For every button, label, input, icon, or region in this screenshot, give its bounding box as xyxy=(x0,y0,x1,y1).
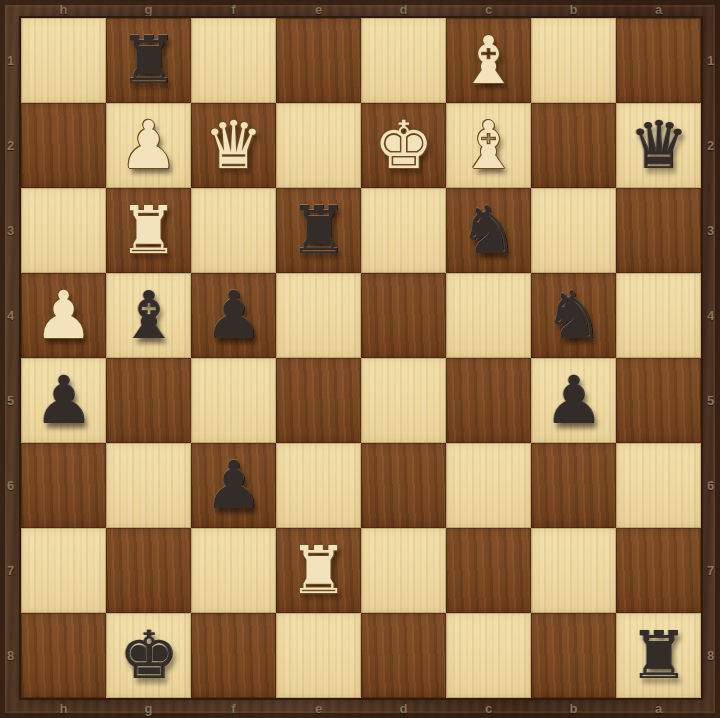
square-f3[interactable] xyxy=(191,188,276,273)
square-d4[interactable] xyxy=(361,273,446,358)
square-d1[interactable] xyxy=(361,18,446,103)
file-label: f xyxy=(191,698,276,718)
file-label: e xyxy=(276,0,361,18)
rank-label: 8 xyxy=(701,613,720,698)
black-rook[interactable]: ♜ xyxy=(106,18,191,103)
square-d5[interactable] xyxy=(361,358,446,443)
file-label: c xyxy=(446,698,531,718)
square-h6[interactable] xyxy=(21,443,106,528)
square-d8[interactable] xyxy=(361,613,446,698)
rank-label: 4 xyxy=(0,273,21,358)
rank-label: 2 xyxy=(0,103,21,188)
black-rook[interactable]: ♜ xyxy=(616,613,701,698)
file-label: a xyxy=(616,698,701,718)
square-b7[interactable] xyxy=(531,528,616,613)
square-a5[interactable] xyxy=(616,358,701,443)
square-c1[interactable]: ♝ xyxy=(446,18,531,103)
square-b3[interactable] xyxy=(531,188,616,273)
square-c8[interactable] xyxy=(446,613,531,698)
square-e6[interactable] xyxy=(276,443,361,528)
chess-board: ♜♝♟♛♚♝♛♜♜♞♟♝♟♞♟♟♟♜♚♜ xyxy=(21,18,701,698)
rank-label: 3 xyxy=(0,188,21,273)
black-knight[interactable]: ♞ xyxy=(531,273,616,358)
file-labels-bottom: hgfedcba xyxy=(21,698,701,718)
square-e7[interactable]: ♜ xyxy=(276,528,361,613)
black-king[interactable]: ♚ xyxy=(106,613,191,698)
rank-label: 6 xyxy=(0,443,21,528)
rank-label: 5 xyxy=(0,358,21,443)
white-pawn[interactable]: ♟ xyxy=(21,273,106,358)
square-e1[interactable] xyxy=(276,18,361,103)
square-c6[interactable] xyxy=(446,443,531,528)
square-d2[interactable]: ♚ xyxy=(361,103,446,188)
rank-label: 7 xyxy=(701,528,720,613)
square-f1[interactable] xyxy=(191,18,276,103)
square-e5[interactable] xyxy=(276,358,361,443)
rank-label: 7 xyxy=(0,528,21,613)
rank-label: 1 xyxy=(0,18,21,103)
white-rook[interactable]: ♜ xyxy=(276,528,361,613)
square-a1[interactable] xyxy=(616,18,701,103)
rank-labels-right: 12345678 xyxy=(701,18,720,698)
square-a2[interactable]: ♛ xyxy=(616,103,701,188)
rank-label: 4 xyxy=(701,273,720,358)
square-b4[interactable]: ♞ xyxy=(531,273,616,358)
black-pawn[interactable]: ♟ xyxy=(191,443,276,528)
rank-label: 1 xyxy=(701,18,720,103)
square-b5[interactable]: ♟ xyxy=(531,358,616,443)
square-d3[interactable] xyxy=(361,188,446,273)
black-queen[interactable]: ♛ xyxy=(616,103,701,188)
file-label: c xyxy=(446,0,531,18)
file-labels-top: hgfedcba xyxy=(21,0,701,18)
square-b6[interactable] xyxy=(531,443,616,528)
square-g8[interactable]: ♚ xyxy=(106,613,191,698)
square-d7[interactable] xyxy=(361,528,446,613)
rank-labels-left: 12345678 xyxy=(0,18,21,698)
square-g6[interactable] xyxy=(106,443,191,528)
black-pawn[interactable]: ♟ xyxy=(531,358,616,443)
square-d6[interactable] xyxy=(361,443,446,528)
rank-label: 8 xyxy=(0,613,21,698)
square-c4[interactable] xyxy=(446,273,531,358)
file-label: a xyxy=(616,0,701,18)
white-queen[interactable]: ♛ xyxy=(191,103,276,188)
square-h1[interactable] xyxy=(21,18,106,103)
square-f7[interactable] xyxy=(191,528,276,613)
black-bishop[interactable]: ♝ xyxy=(106,273,191,358)
file-label: h xyxy=(21,698,106,718)
rank-label: 5 xyxy=(701,358,720,443)
square-c5[interactable] xyxy=(446,358,531,443)
white-king[interactable]: ♚ xyxy=(361,103,446,188)
square-g7[interactable] xyxy=(106,528,191,613)
rank-label: 6 xyxy=(701,443,720,528)
square-g1[interactable]: ♜ xyxy=(106,18,191,103)
file-label: d xyxy=(361,0,446,18)
file-label: d xyxy=(361,698,446,718)
square-f4[interactable]: ♟ xyxy=(191,273,276,358)
file-label: e xyxy=(276,698,361,718)
square-g3[interactable]: ♜ xyxy=(106,188,191,273)
file-label: b xyxy=(531,698,616,718)
square-h7[interactable] xyxy=(21,528,106,613)
square-c3[interactable]: ♞ xyxy=(446,188,531,273)
square-a4[interactable] xyxy=(616,273,701,358)
square-g2[interactable]: ♟ xyxy=(106,103,191,188)
square-h2[interactable] xyxy=(21,103,106,188)
chess-app-window: hgfedcba hgfedcba 12345678 12345678 ♜♝♟♛… xyxy=(0,0,720,718)
square-e2[interactable] xyxy=(276,103,361,188)
square-a3[interactable] xyxy=(616,188,701,273)
square-e8[interactable] xyxy=(276,613,361,698)
black-pawn[interactable]: ♟ xyxy=(21,358,106,443)
file-label: h xyxy=(21,0,106,18)
square-b1[interactable] xyxy=(531,18,616,103)
square-h5[interactable]: ♟ xyxy=(21,358,106,443)
rank-label: 3 xyxy=(701,188,720,273)
square-e4[interactable] xyxy=(276,273,361,358)
square-f8[interactable] xyxy=(191,613,276,698)
black-pawn[interactable]: ♟ xyxy=(191,273,276,358)
square-f5[interactable] xyxy=(191,358,276,443)
file-label: g xyxy=(106,0,191,18)
black-knight[interactable]: ♞ xyxy=(446,188,531,273)
square-a8[interactable]: ♜ xyxy=(616,613,701,698)
square-g4[interactable]: ♝ xyxy=(106,273,191,358)
square-b8[interactable] xyxy=(531,613,616,698)
square-a7[interactable] xyxy=(616,528,701,613)
black-rook[interactable]: ♜ xyxy=(276,188,361,273)
white-bishop[interactable]: ♝ xyxy=(446,18,531,103)
rank-label: 2 xyxy=(701,103,720,188)
white-pawn[interactable]: ♟ xyxy=(106,103,191,188)
white-bishop[interactable]: ♝ xyxy=(446,103,531,188)
square-h4[interactable]: ♟ xyxy=(21,273,106,358)
square-c2[interactable]: ♝ xyxy=(446,103,531,188)
square-c7[interactable] xyxy=(446,528,531,613)
square-f6[interactable]: ♟ xyxy=(191,443,276,528)
square-a6[interactable] xyxy=(616,443,701,528)
file-label: g xyxy=(106,698,191,718)
square-f2[interactable]: ♛ xyxy=(191,103,276,188)
square-g5[interactable] xyxy=(106,358,191,443)
file-label: b xyxy=(531,0,616,18)
file-label: f xyxy=(191,0,276,18)
square-h8[interactable] xyxy=(21,613,106,698)
square-b2[interactable] xyxy=(531,103,616,188)
square-e3[interactable]: ♜ xyxy=(276,188,361,273)
square-h3[interactable] xyxy=(21,188,106,273)
white-rook[interactable]: ♜ xyxy=(106,188,191,273)
